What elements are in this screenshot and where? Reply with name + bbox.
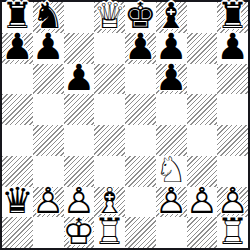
piece-white-pawn: ♟♙ bbox=[217, 187, 248, 218]
square-c8[interactable] bbox=[64, 2, 95, 33]
square-f6[interactable]: ♟♟ bbox=[156, 64, 187, 95]
square-a5[interactable] bbox=[2, 94, 33, 125]
square-c4[interactable] bbox=[64, 125, 95, 156]
square-g2[interactable]: ♟♙ bbox=[187, 187, 218, 218]
square-g4[interactable] bbox=[187, 125, 218, 156]
square-e2[interactable] bbox=[125, 187, 156, 218]
square-h2[interactable]: ♟♙ bbox=[217, 187, 248, 218]
square-h3[interactable] bbox=[217, 156, 248, 187]
piece-black-knight: ♞♞ bbox=[33, 2, 64, 33]
piece-white-pawn: ♟♙ bbox=[187, 187, 218, 218]
square-b7[interactable]: ♟♟ bbox=[33, 33, 64, 64]
square-a2[interactable]: ♛♛ bbox=[2, 187, 33, 218]
square-f3[interactable]: ♞♘ bbox=[156, 156, 187, 187]
piece-white-rook: ♜♖ bbox=[94, 217, 125, 248]
square-e8[interactable]: ♚♚ bbox=[125, 2, 156, 33]
square-e3[interactable] bbox=[125, 156, 156, 187]
square-h8[interactable]: ♜♜ bbox=[217, 2, 248, 33]
square-e6[interactable] bbox=[125, 64, 156, 95]
square-d7[interactable] bbox=[94, 33, 125, 64]
square-a1[interactable] bbox=[2, 217, 33, 248]
piece-black-rook: ♜♜ bbox=[217, 2, 248, 33]
square-c6[interactable]: ♟♟ bbox=[64, 64, 95, 95]
square-e4[interactable] bbox=[125, 125, 156, 156]
square-f2[interactable]: ♟♙ bbox=[156, 187, 187, 218]
square-b2[interactable]: ♟♙ bbox=[33, 187, 64, 218]
piece-black-queen: ♛♛ bbox=[2, 187, 33, 218]
square-e1[interactable] bbox=[125, 217, 156, 248]
square-b4[interactable] bbox=[33, 125, 64, 156]
piece-white-pawn: ♟♙ bbox=[64, 187, 95, 218]
square-f7[interactable]: ♟♟ bbox=[156, 33, 187, 64]
square-h4[interactable] bbox=[217, 125, 248, 156]
square-g3[interactable] bbox=[187, 156, 218, 187]
square-d2[interactable]: ♝♗ bbox=[94, 187, 125, 218]
square-d1[interactable]: ♜♖ bbox=[94, 217, 125, 248]
square-g5[interactable] bbox=[187, 94, 218, 125]
square-b1[interactable] bbox=[33, 217, 64, 248]
square-a6[interactable] bbox=[2, 64, 33, 95]
piece-white-queen: ♛♕ bbox=[94, 2, 125, 33]
piece-white-knight: ♞♘ bbox=[156, 156, 187, 187]
chess-board: ♜♜♞♞♛♕♚♚♝♝♜♜♟♟♟♟♟♟♟♟♟♟♟♟♟♟♞♘♛♛♟♙♟♙♝♗♟♙♟♙… bbox=[0, 0, 250, 250]
piece-white-rook: ♜♖ bbox=[217, 217, 248, 248]
square-b3[interactable] bbox=[33, 156, 64, 187]
square-d4[interactable] bbox=[94, 125, 125, 156]
piece-black-king: ♚♚ bbox=[125, 2, 156, 33]
square-c1[interactable]: ♚♔ bbox=[64, 217, 95, 248]
piece-white-bishop: ♝♗ bbox=[94, 187, 125, 218]
square-a7[interactable]: ♟♟ bbox=[2, 33, 33, 64]
piece-black-pawn: ♟♟ bbox=[2, 33, 33, 64]
square-f4[interactable] bbox=[156, 125, 187, 156]
square-b5[interactable] bbox=[33, 94, 64, 125]
square-g1[interactable] bbox=[187, 217, 218, 248]
square-f8[interactable]: ♝♝ bbox=[156, 2, 187, 33]
square-h5[interactable] bbox=[217, 94, 248, 125]
square-d3[interactable] bbox=[94, 156, 125, 187]
piece-black-pawn: ♟♟ bbox=[156, 64, 187, 95]
square-h1[interactable]: ♜♖ bbox=[217, 217, 248, 248]
square-d5[interactable] bbox=[94, 94, 125, 125]
piece-white-king: ♚♔ bbox=[64, 217, 95, 248]
piece-white-pawn: ♟♙ bbox=[156, 187, 187, 218]
piece-black-rook: ♜♜ bbox=[2, 2, 33, 33]
square-c7[interactable] bbox=[64, 33, 95, 64]
piece-black-pawn: ♟♟ bbox=[33, 33, 64, 64]
square-f1[interactable] bbox=[156, 217, 187, 248]
square-f5[interactable] bbox=[156, 94, 187, 125]
square-h6[interactable] bbox=[217, 64, 248, 95]
square-e7[interactable]: ♟♟ bbox=[125, 33, 156, 64]
square-d8[interactable]: ♛♕ bbox=[94, 2, 125, 33]
square-b6[interactable] bbox=[33, 64, 64, 95]
square-c5[interactable] bbox=[64, 94, 95, 125]
square-c3[interactable] bbox=[64, 156, 95, 187]
piece-black-bishop: ♝♝ bbox=[156, 2, 187, 33]
piece-white-pawn: ♟♙ bbox=[33, 187, 64, 218]
square-d6[interactable] bbox=[94, 64, 125, 95]
square-c2[interactable]: ♟♙ bbox=[64, 187, 95, 218]
piece-black-pawn: ♟♟ bbox=[64, 64, 95, 95]
square-g8[interactable] bbox=[187, 2, 218, 33]
piece-black-pawn: ♟♟ bbox=[217, 33, 248, 64]
square-a3[interactable] bbox=[2, 156, 33, 187]
square-a8[interactable]: ♜♜ bbox=[2, 2, 33, 33]
square-h7[interactable]: ♟♟ bbox=[217, 33, 248, 64]
square-a4[interactable] bbox=[2, 125, 33, 156]
square-e5[interactable] bbox=[125, 94, 156, 125]
square-b8[interactable]: ♞♞ bbox=[33, 2, 64, 33]
square-g6[interactable] bbox=[187, 64, 218, 95]
square-g7[interactable] bbox=[187, 33, 218, 64]
piece-black-pawn: ♟♟ bbox=[156, 33, 187, 64]
piece-black-pawn: ♟♟ bbox=[125, 33, 156, 64]
